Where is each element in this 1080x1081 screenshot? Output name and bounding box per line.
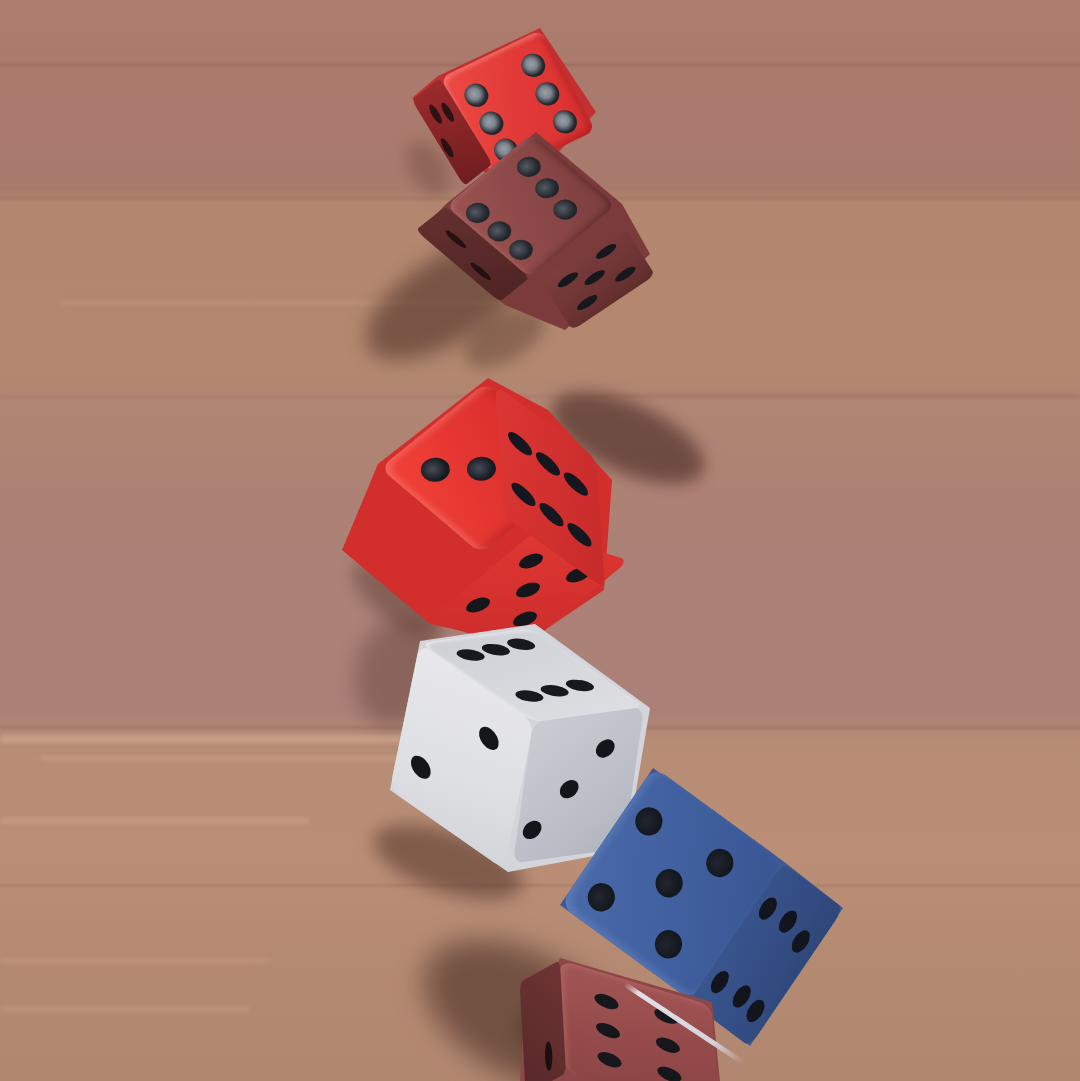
pip [507, 427, 532, 460]
pip [512, 153, 546, 182]
pip [516, 50, 548, 81]
pip [567, 518, 592, 551]
pip [530, 78, 562, 109]
pip [444, 229, 469, 250]
pip [558, 778, 579, 799]
pip [629, 802, 667, 841]
pip [548, 106, 580, 137]
pip [581, 878, 619, 917]
wood-plank-seam [0, 884, 1080, 887]
pip [563, 468, 588, 501]
pip [788, 926, 813, 955]
pip [511, 580, 545, 599]
pip [657, 1064, 682, 1081]
wood-grain-streak [0, 958, 270, 963]
pip [594, 241, 618, 261]
wood-grain-streak [0, 1006, 250, 1012]
pip [535, 447, 560, 480]
pip [548, 195, 582, 224]
pip [648, 925, 686, 964]
pip [530, 174, 564, 203]
pip [613, 264, 637, 284]
pip [511, 478, 536, 511]
pip [468, 261, 493, 282]
pip [700, 843, 738, 882]
pip [521, 819, 542, 840]
pip [707, 967, 732, 996]
pip [596, 1020, 621, 1041]
pip [594, 991, 619, 1012]
pip [514, 551, 548, 570]
pip [461, 452, 502, 486]
dice-roll-scene [0, 0, 1080, 1081]
pip [409, 750, 432, 782]
pip [461, 199, 495, 228]
wood-grain-streak [0, 818, 310, 824]
pip [776, 906, 801, 935]
pip [459, 79, 491, 110]
pip [483, 217, 517, 246]
pip [539, 498, 564, 531]
die-6-left-face [520, 960, 566, 1081]
pip [461, 595, 495, 614]
pip [594, 738, 615, 759]
pip [415, 453, 456, 487]
pip [656, 1035, 681, 1056]
pip [504, 236, 538, 265]
pip [475, 107, 507, 138]
pip [556, 270, 580, 290]
pip [583, 268, 607, 288]
pip [544, 1040, 553, 1073]
wood-plank-seam [0, 395, 1080, 398]
pip [597, 1049, 622, 1070]
pip [575, 293, 599, 313]
pip [755, 893, 780, 922]
pip [649, 864, 687, 903]
pip [477, 721, 500, 753]
